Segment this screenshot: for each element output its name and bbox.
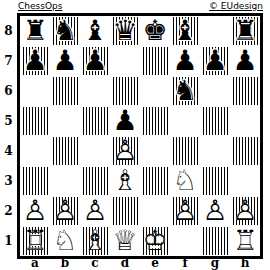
square-d5: ♟ [110,106,140,136]
app-title-link[interactable]: ChessOps [18,1,62,12]
square-b5 [50,106,80,136]
rank-label-1: 1 [0,226,17,256]
square-h5 [230,106,260,136]
piece-white-bishop-d3: ♝♗ [110,166,140,196]
piece-black-knight-f6: ♞ [170,76,200,106]
square-e7 [140,46,170,76]
piece-black-pawn-a7: ♟ [20,46,50,76]
piece-white-pawn-c2: ♟♙ [80,196,110,226]
square-d7 [110,46,140,76]
square-b4 [50,136,80,166]
piece-black-pawn-f7: ♟ [170,46,200,76]
rank-label-5: 5 [0,106,17,136]
square-f5 [170,106,200,136]
square-f7: ♟ [170,46,200,76]
file-label-f: f [170,257,200,270]
credit-link[interactable]: © EUdesign [209,1,263,12]
piece-black-pawn-c7: ♟ [80,46,110,76]
square-c3 [80,166,110,196]
square-a3 [20,166,50,196]
piece-black-rook-a8: ♜ [20,16,50,46]
rank-label-6: 6 [0,76,17,106]
piece-white-pawn-b2: ♟♙ [50,196,80,226]
piece-black-pawn-g7: ♟ [200,46,230,76]
square-b1: ♞♘ [50,226,80,256]
square-a8: ♜ [20,16,50,46]
board: ♜♞♝♛♚♝♜♟♟♟♟♟♟♞♟♟♙♝♗♞♘♟♙♟♙♟♙♟♙♟♙♟♙♜♖♞♘♝♗♛… [17,13,263,259]
square-e2 [140,196,170,226]
square-b2: ♟♙ [50,196,80,226]
square-e3 [140,166,170,196]
square-c4 [80,136,110,166]
piece-white-pawn-a2: ♟♙ [20,196,50,226]
square-b8: ♞ [50,16,80,46]
square-a7: ♟ [20,46,50,76]
square-f1 [170,226,200,256]
square-h8: ♜ [230,16,260,46]
square-c7: ♟ [80,46,110,76]
square-e4 [140,136,170,166]
square-d4: ♟♙ [110,136,140,166]
square-g1 [200,226,230,256]
square-b7: ♟ [50,46,80,76]
piece-white-pawn-h2: ♟♙ [230,196,260,226]
square-f3: ♞♘ [170,166,200,196]
square-d6 [110,76,140,106]
square-d8: ♛ [110,16,140,46]
square-g8 [200,16,230,46]
piece-white-pawn-g2: ♟♙ [200,196,230,226]
square-f8: ♝ [170,16,200,46]
square-e5 [140,106,170,136]
rank-label-3: 3 [0,166,17,196]
file-label-h: h [230,257,260,270]
file-label-a: a [20,257,50,270]
file-label-g: g [200,257,230,270]
rank-label-7: 7 [0,46,17,76]
square-a1: ♜♖ [20,226,50,256]
square-g3 [200,166,230,196]
square-f6: ♞ [170,76,200,106]
piece-black-rook-h8: ♜ [230,16,260,46]
piece-white-queen-d1: ♛♕ [110,226,140,256]
square-e8: ♚ [140,16,170,46]
piece-white-rook-h1: ♜♖ [230,226,260,256]
square-a5 [20,106,50,136]
square-d1: ♛♕ [110,226,140,256]
piece-white-pawn-f2: ♟♙ [170,196,200,226]
square-e6 [140,76,170,106]
piece-white-king-e1: ♚♔ [140,226,170,256]
piece-black-queen-d8: ♛ [110,16,140,46]
square-g2: ♟♙ [200,196,230,226]
file-label-b: b [50,257,80,270]
rank-label-4: 4 [0,136,17,166]
square-h7: ♟ [230,46,260,76]
square-c5 [80,106,110,136]
square-h4 [230,136,260,166]
square-a4 [20,136,50,166]
square-h1: ♜♖ [230,226,260,256]
square-f2: ♟♙ [170,196,200,226]
piece-black-knight-b8: ♞ [50,16,80,46]
square-a6 [20,76,50,106]
square-g7: ♟ [200,46,230,76]
piece-black-pawn-d5: ♟ [110,106,140,136]
square-f4 [170,136,200,166]
rank-labels: 87654321 [0,16,17,256]
piece-white-bishop-c1: ♝♗ [80,226,110,256]
rank-label-8: 8 [0,16,17,46]
square-g6 [200,76,230,106]
square-b6 [50,76,80,106]
piece-white-knight-b1: ♞♘ [50,226,80,256]
square-g5 [200,106,230,136]
piece-black-bishop-f8: ♝ [170,16,200,46]
square-c6 [80,76,110,106]
piece-black-pawn-b7: ♟ [50,46,80,76]
file-label-d: d [110,257,140,270]
square-d2 [110,196,140,226]
square-h3 [230,166,260,196]
square-c8: ♝ [80,16,110,46]
piece-black-bishop-c8: ♝ [80,16,110,46]
square-c2: ♟♙ [80,196,110,226]
piece-white-rook-a1: ♜♖ [20,226,50,256]
square-c1: ♝♗ [80,226,110,256]
square-b3 [50,166,80,196]
file-label-c: c [80,257,110,270]
square-d3: ♝♗ [110,166,140,196]
piece-black-pawn-h7: ♟ [230,46,260,76]
piece-white-pawn-d4: ♟♙ [110,136,140,166]
piece-white-knight-f3: ♞♘ [170,166,200,196]
rank-label-2: 2 [0,196,17,226]
square-e1: ♚♔ [140,226,170,256]
file-labels: abcdefgh [20,257,260,270]
square-h2: ♟♙ [230,196,260,226]
square-a2: ♟♙ [20,196,50,226]
piece-black-king-e8: ♚ [140,16,170,46]
square-g4 [200,136,230,166]
square-h6 [230,76,260,106]
file-label-e: e [140,257,170,270]
